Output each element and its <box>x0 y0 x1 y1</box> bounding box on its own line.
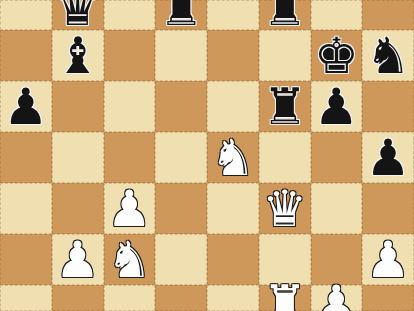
black-knight-h7[interactable]: ♞ <box>366 31 411 81</box>
square-e3[interactable] <box>207 234 259 285</box>
white-pawn-h3[interactable]: ♟ <box>366 235 411 285</box>
square-d3[interactable] <box>155 234 207 285</box>
black-rook-f8[interactable]: ♜ <box>262 0 307 33</box>
square-e5[interactable]: ♞ <box>207 132 259 183</box>
square-h6[interactable] <box>362 81 414 132</box>
square-g2[interactable]: ♟ <box>311 285 363 311</box>
square-g6[interactable]: ♟ <box>311 81 363 132</box>
square-h4[interactable] <box>362 183 414 234</box>
square-f2[interactable]: ♜ <box>259 285 311 311</box>
square-b6[interactable] <box>52 81 104 132</box>
square-c7[interactable] <box>104 30 156 81</box>
square-f7[interactable] <box>259 30 311 81</box>
square-b4[interactable] <box>52 183 104 234</box>
black-rook-d8[interactable]: ♜ <box>159 0 204 33</box>
chess-board: ♛♜♜♝♚♞♟♜♟♞♟♟♛♟♞♟♜♟ <box>0 0 414 311</box>
square-b3[interactable]: ♟ <box>52 234 104 285</box>
square-c6[interactable] <box>104 81 156 132</box>
square-h2[interactable] <box>362 285 414 311</box>
black-bishop-b7[interactable]: ♝ <box>55 31 100 81</box>
black-pawn-g6[interactable]: ♟ <box>314 82 359 132</box>
square-c5[interactable] <box>104 132 156 183</box>
chess-board-viewport: ♛♜♜♝♚♞♟♜♟♞♟♟♛♟♞♟♜♟ <box>0 0 414 311</box>
square-e4[interactable] <box>207 183 259 234</box>
square-h7[interactable]: ♞ <box>362 30 414 81</box>
square-d6[interactable] <box>155 81 207 132</box>
square-b2[interactable] <box>52 285 104 311</box>
square-c3[interactable]: ♞ <box>104 234 156 285</box>
square-d8[interactable]: ♜ <box>155 0 207 30</box>
white-knight-c3[interactable]: ♞ <box>107 235 152 285</box>
square-e2[interactable] <box>207 285 259 311</box>
square-g7[interactable]: ♚ <box>311 30 363 81</box>
square-h3[interactable]: ♟ <box>362 234 414 285</box>
square-b7[interactable]: ♝ <box>52 30 104 81</box>
white-pawn-c4[interactable]: ♟ <box>107 184 152 234</box>
black-pawn-h5[interactable]: ♟ <box>366 133 411 183</box>
square-d4[interactable] <box>155 183 207 234</box>
square-a4[interactable] <box>0 183 52 234</box>
square-g8[interactable] <box>311 0 363 30</box>
square-a7[interactable] <box>0 30 52 81</box>
square-b5[interactable] <box>52 132 104 183</box>
white-knight-e5[interactable]: ♞ <box>210 133 255 183</box>
square-g4[interactable] <box>311 183 363 234</box>
square-f6[interactable]: ♜ <box>259 81 311 132</box>
square-g3[interactable] <box>311 234 363 285</box>
square-h5[interactable]: ♟ <box>362 132 414 183</box>
black-king-g7[interactable]: ♚ <box>314 31 359 81</box>
square-c8[interactable] <box>104 0 156 30</box>
square-e6[interactable] <box>207 81 259 132</box>
square-f5[interactable] <box>259 132 311 183</box>
square-h8[interactable] <box>362 0 414 30</box>
square-d7[interactable] <box>155 30 207 81</box>
square-a6[interactable]: ♟ <box>0 81 52 132</box>
square-b8[interactable]: ♛ <box>52 0 104 30</box>
square-a8[interactable] <box>0 0 52 30</box>
square-g5[interactable] <box>311 132 363 183</box>
black-queen-b8[interactable]: ♛ <box>55 0 100 33</box>
square-a5[interactable] <box>0 132 52 183</box>
white-queen-f4[interactable]: ♛ <box>262 184 307 234</box>
square-a3[interactable] <box>0 234 52 285</box>
square-c2[interactable] <box>104 285 156 311</box>
black-pawn-a6[interactable]: ♟ <box>3 82 48 132</box>
square-d5[interactable] <box>155 132 207 183</box>
square-f8[interactable]: ♜ <box>259 0 311 30</box>
square-e8[interactable] <box>207 0 259 30</box>
square-f3[interactable] <box>259 234 311 285</box>
square-a2[interactable] <box>0 285 52 311</box>
square-c4[interactable]: ♟ <box>104 183 156 234</box>
white-pawn-b3[interactable]: ♟ <box>55 235 100 285</box>
square-d2[interactable] <box>155 285 207 311</box>
square-e7[interactable] <box>207 30 259 81</box>
square-f4[interactable]: ♛ <box>259 183 311 234</box>
black-rook-f6[interactable]: ♜ <box>262 82 307 132</box>
